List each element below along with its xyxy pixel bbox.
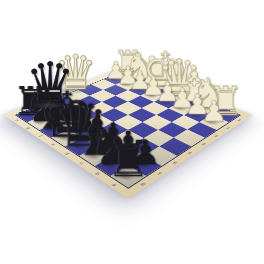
extra-black-queen: ♛: [25, 55, 75, 111]
white-pawn-a2: ♟: [173, 97, 255, 126]
extra-black-queen-glyph: ♛: [25, 50, 75, 115]
chess-set-product-photo: ♛ ♛ hgfedcba12345678 ♜♞♝♚♛♝♞♜♟♟♟♟♟♟♟♟♟♟♟…: [0, 0, 264, 264]
black-rook-a8: ♜: [78, 133, 178, 183]
scene: hgfedcba12345678 ♜♞♝♚♛♝♞♜♟♟♟♟♟♟♟♟♟♟♟♟♟♟♟…: [0, 0, 264, 264]
